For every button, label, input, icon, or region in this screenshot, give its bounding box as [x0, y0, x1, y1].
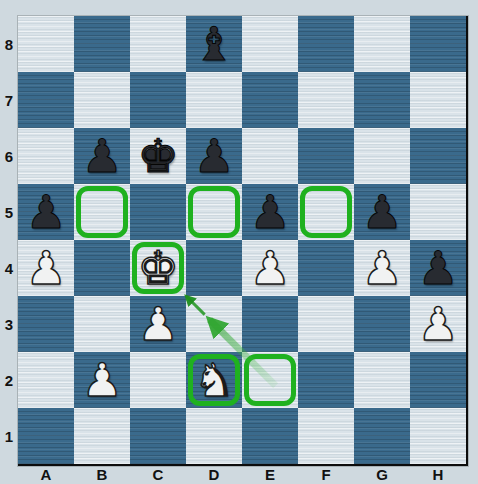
square-d3[interactable] [186, 296, 242, 352]
square-d6[interactable]: ♟ [186, 128, 242, 184]
square-c5[interactable] [130, 184, 186, 240]
rank-label-3: 3 [0, 296, 18, 352]
file-label-e: E [242, 465, 298, 484]
square-c6[interactable]: ♚ [130, 128, 186, 184]
board-grid[interactable]: ♝♟♚♟♟♟♟♟♚♟♟♟♟♟♟♞ [18, 16, 466, 464]
piece-white-pawn[interactable]: ♟ [137, 296, 178, 352]
square-e7[interactable] [242, 72, 298, 128]
square-f3[interactable] [298, 296, 354, 352]
piece-black-pawn[interactable]: ♟ [25, 184, 66, 240]
piece-white-pawn[interactable]: ♟ [361, 240, 402, 296]
piece-black-king[interactable]: ♚ [137, 128, 178, 184]
piece-black-pawn[interactable]: ♟ [249, 184, 290, 240]
square-f7[interactable] [298, 72, 354, 128]
square-f1[interactable] [298, 408, 354, 464]
square-g2[interactable] [354, 352, 410, 408]
square-g7[interactable] [354, 72, 410, 128]
square-f6[interactable] [298, 128, 354, 184]
square-b6[interactable]: ♟ [74, 128, 130, 184]
square-h7[interactable] [410, 72, 466, 128]
square-e4[interactable]: ♟ [242, 240, 298, 296]
square-e1[interactable] [242, 408, 298, 464]
square-a5[interactable]: ♟ [18, 184, 74, 240]
square-c3[interactable]: ♟ [130, 296, 186, 352]
file-label-g: G [354, 465, 410, 484]
rank-labels: 8 7 6 5 4 3 2 1 [0, 16, 18, 464]
square-h8[interactable] [410, 16, 466, 72]
square-f8[interactable] [298, 16, 354, 72]
rank-label-7: 7 [0, 72, 18, 128]
square-b2[interactable]: ♟ [74, 352, 130, 408]
square-g4[interactable]: ♟ [354, 240, 410, 296]
square-d2[interactable]: ♞ [186, 352, 242, 408]
square-a6[interactable] [18, 128, 74, 184]
square-a3[interactable] [18, 296, 74, 352]
piece-black-pawn[interactable]: ♟ [81, 128, 122, 184]
square-c8[interactable] [130, 16, 186, 72]
square-b5[interactable] [74, 184, 130, 240]
piece-white-pawn[interactable]: ♟ [249, 240, 290, 296]
file-label-a: A [18, 465, 74, 484]
square-h2[interactable] [410, 352, 466, 408]
square-c4[interactable]: ♚ [130, 240, 186, 296]
square-d1[interactable] [186, 408, 242, 464]
square-h3[interactable]: ♟ [410, 296, 466, 352]
piece-black-bishop[interactable]: ♝ [193, 16, 234, 72]
square-b1[interactable] [74, 408, 130, 464]
file-label-h: H [410, 465, 466, 484]
square-g8[interactable] [354, 16, 410, 72]
rank-label-2: 2 [0, 352, 18, 408]
square-b7[interactable] [74, 72, 130, 128]
square-a8[interactable] [18, 16, 74, 72]
rank-label-4: 4 [0, 240, 18, 296]
square-d7[interactable] [186, 72, 242, 128]
square-e3[interactable] [242, 296, 298, 352]
square-h5[interactable] [410, 184, 466, 240]
chess-board[interactable]: ♝♟♚♟♟♟♟♟♚♟♟♟♟♟♟♞ [18, 16, 468, 466]
rank-label-8: 8 [0, 16, 18, 72]
rank-label-1: 1 [0, 408, 18, 464]
rank-label-5: 5 [0, 184, 18, 240]
square-b8[interactable] [74, 16, 130, 72]
file-labels: A B C D E F G H [18, 465, 466, 484]
square-d5[interactable] [186, 184, 242, 240]
square-a1[interactable] [18, 408, 74, 464]
square-b4[interactable] [74, 240, 130, 296]
square-a2[interactable] [18, 352, 74, 408]
file-label-b: B [74, 465, 130, 484]
file-label-d: D [186, 465, 242, 484]
square-b3[interactable] [74, 296, 130, 352]
highlight-ring [188, 186, 240, 238]
piece-white-knight[interactable]: ♞ [193, 352, 234, 408]
piece-black-pawn[interactable]: ♟ [361, 184, 402, 240]
square-c2[interactable] [130, 352, 186, 408]
square-c1[interactable] [130, 408, 186, 464]
square-d4[interactable] [186, 240, 242, 296]
rank-label-6: 6 [0, 128, 18, 184]
highlight-ring [244, 354, 296, 406]
square-g6[interactable] [354, 128, 410, 184]
square-h6[interactable] [410, 128, 466, 184]
file-label-f: F [298, 465, 354, 484]
square-a4[interactable]: ♟ [18, 240, 74, 296]
square-f2[interactable] [298, 352, 354, 408]
piece-white-king[interactable]: ♚ [137, 240, 178, 296]
piece-white-pawn[interactable]: ♟ [417, 296, 458, 352]
piece-black-pawn[interactable]: ♟ [193, 128, 234, 184]
file-label-c: C [130, 465, 186, 484]
square-g5[interactable]: ♟ [354, 184, 410, 240]
square-g3[interactable] [354, 296, 410, 352]
square-h4[interactable]: ♟ [410, 240, 466, 296]
square-e6[interactable] [242, 128, 298, 184]
square-h1[interactable] [410, 408, 466, 464]
square-f5[interactable] [298, 184, 354, 240]
square-f4[interactable] [298, 240, 354, 296]
highlight-ring [300, 186, 352, 238]
chess-diagram: 8 7 6 5 4 3 2 1 ♝♟♚♟♟♟♟♟♚♟♟♟♟♟♟♞ A B C D… [0, 0, 478, 484]
square-e8[interactable] [242, 16, 298, 72]
piece-black-pawn[interactable]: ♟ [417, 240, 458, 296]
square-c7[interactable] [130, 72, 186, 128]
highlight-ring [76, 186, 128, 238]
square-e2[interactable] [242, 352, 298, 408]
piece-white-pawn[interactable]: ♟ [81, 352, 122, 408]
square-a7[interactable] [18, 72, 74, 128]
square-e5[interactable]: ♟ [242, 184, 298, 240]
square-g1[interactable] [354, 408, 410, 464]
square-d8[interactable]: ♝ [186, 16, 242, 72]
piece-white-pawn[interactable]: ♟ [25, 240, 66, 296]
